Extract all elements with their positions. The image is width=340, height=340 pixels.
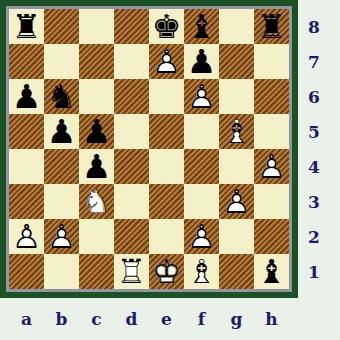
- square-b1[interactable]: [44, 254, 79, 289]
- chess-board: ♜♚♝♜♟♙♟♟♞♟♙♟♟♝♗♟♟♙♞♘♟♙♟♙♟♙♟♙♜♖♚♔♝♗♝: [9, 9, 289, 289]
- rank-label-2: 2: [300, 219, 328, 254]
- square-c8[interactable]: [79, 9, 114, 44]
- piece-black-bishop[interactable]: ♝: [184, 9, 219, 44]
- square-e4[interactable]: [149, 149, 184, 184]
- square-d7[interactable]: [114, 44, 149, 79]
- square-b8[interactable]: [44, 9, 79, 44]
- square-f5[interactable]: [184, 114, 219, 149]
- square-d1[interactable]: ♜♖: [114, 254, 149, 289]
- chess-board-frame: ♜♚♝♜♟♙♟♟♞♟♙♟♟♝♗♟♟♙♞♘♟♙♟♙♟♙♟♙♜♖♚♔♝♗♝: [0, 0, 298, 298]
- piece-black-knight[interactable]: ♞: [44, 79, 79, 114]
- piece-black-pawn[interactable]: ♟: [79, 149, 114, 184]
- rank-label-3: 3: [300, 184, 328, 219]
- file-label-d: d: [114, 302, 149, 336]
- file-label-e: e: [149, 302, 184, 336]
- square-d4[interactable]: [114, 149, 149, 184]
- square-f3[interactable]: [184, 184, 219, 219]
- piece-white-bishop[interactable]: ♝♗: [184, 254, 219, 289]
- white-piece-outline-glyph: ♙: [184, 79, 219, 114]
- square-h6[interactable]: [254, 79, 289, 114]
- square-a3[interactable]: [9, 184, 44, 219]
- square-d8[interactable]: [114, 9, 149, 44]
- rank-label-1: 1: [300, 254, 328, 289]
- square-c6[interactable]: [79, 79, 114, 114]
- square-e2[interactable]: [149, 219, 184, 254]
- square-g2[interactable]: [219, 219, 254, 254]
- square-h4[interactable]: ♟♙: [254, 149, 289, 184]
- square-g3[interactable]: ♟♙: [219, 184, 254, 219]
- square-h2[interactable]: [254, 219, 289, 254]
- file-label-c: c: [79, 302, 114, 336]
- piece-white-bishop[interactable]: ♝♗: [219, 114, 254, 149]
- square-c2[interactable]: [79, 219, 114, 254]
- piece-white-pawn[interactable]: ♟♙: [9, 219, 44, 254]
- square-c7[interactable]: [79, 44, 114, 79]
- square-c5[interactable]: ♟: [79, 114, 114, 149]
- square-h7[interactable]: [254, 44, 289, 79]
- square-b3[interactable]: [44, 184, 79, 219]
- square-c1[interactable]: [79, 254, 114, 289]
- white-piece-outline-glyph: ♙: [254, 149, 289, 184]
- white-piece-outline-glyph: ♗: [219, 114, 254, 149]
- white-piece-outline-glyph: ♙: [149, 44, 184, 79]
- file-label-h: h: [254, 302, 289, 336]
- square-c3[interactable]: ♞♘: [79, 184, 114, 219]
- square-c4[interactable]: ♟: [79, 149, 114, 184]
- square-h5[interactable]: [254, 114, 289, 149]
- piece-white-pawn[interactable]: ♟♙: [149, 44, 184, 79]
- file-label-g: g: [219, 302, 254, 336]
- piece-white-knight[interactable]: ♞♘: [79, 184, 114, 219]
- piece-white-pawn[interactable]: ♟♙: [184, 79, 219, 114]
- square-d6[interactable]: [114, 79, 149, 114]
- rank-label-8: 8: [300, 9, 328, 44]
- piece-white-pawn[interactable]: ♟♙: [219, 184, 254, 219]
- piece-white-pawn[interactable]: ♟♙: [254, 149, 289, 184]
- square-h8[interactable]: ♜: [254, 9, 289, 44]
- square-g4[interactable]: [219, 149, 254, 184]
- white-piece-outline-glyph: ♙: [44, 219, 79, 254]
- square-f7[interactable]: ♟: [184, 44, 219, 79]
- rank-label-6: 6: [300, 79, 328, 114]
- white-piece-outline-glyph: ♘: [79, 184, 114, 219]
- square-f4[interactable]: [184, 149, 219, 184]
- chess-app: ♜♚♝♜♟♙♟♟♞♟♙♟♟♝♗♟♟♙♞♘♟♙♟♙♟♙♟♙♜♖♚♔♝♗♝ 8765…: [0, 0, 340, 340]
- piece-white-pawn[interactable]: ♟♙: [44, 219, 79, 254]
- piece-white-rook[interactable]: ♜♖: [114, 254, 149, 289]
- white-piece-outline-glyph: ♙: [184, 219, 219, 254]
- square-e5[interactable]: [149, 114, 184, 149]
- chess-board-border: ♜♚♝♜♟♙♟♟♞♟♙♟♟♝♗♟♟♙♞♘♟♙♟♙♟♙♟♙♜♖♚♔♝♗♝: [6, 6, 292, 292]
- square-a8[interactable]: ♜: [9, 9, 44, 44]
- square-b5[interactable]: ♟: [44, 114, 79, 149]
- piece-black-rook[interactable]: ♜: [9, 9, 44, 44]
- piece-black-pawn[interactable]: ♟: [44, 114, 79, 149]
- square-a2[interactable]: ♟♙: [9, 219, 44, 254]
- piece-white-pawn[interactable]: ♟♙: [184, 219, 219, 254]
- square-e8[interactable]: ♚: [149, 9, 184, 44]
- square-f1[interactable]: ♝♗: [184, 254, 219, 289]
- piece-black-pawn[interactable]: ♟: [9, 79, 44, 114]
- square-a6[interactable]: ♟: [9, 79, 44, 114]
- piece-white-king[interactable]: ♚♔: [149, 254, 184, 289]
- square-e3[interactable]: [149, 184, 184, 219]
- square-f6[interactable]: ♟♙: [184, 79, 219, 114]
- rank-label-4: 4: [300, 149, 328, 184]
- file-label-a: a: [9, 302, 44, 336]
- square-h3[interactable]: [254, 184, 289, 219]
- piece-black-rook[interactable]: ♜: [254, 9, 289, 44]
- square-a7[interactable]: [9, 44, 44, 79]
- white-piece-outline-glyph: ♖: [114, 254, 149, 289]
- square-g1[interactable]: [219, 254, 254, 289]
- square-a1[interactable]: [9, 254, 44, 289]
- rank-label-5: 5: [300, 114, 328, 149]
- piece-black-bishop[interactable]: ♝: [254, 254, 289, 289]
- square-b6[interactable]: ♞: [44, 79, 79, 114]
- white-piece-outline-glyph: ♙: [9, 219, 44, 254]
- square-b7[interactable]: [44, 44, 79, 79]
- piece-black-king[interactable]: ♚: [149, 9, 184, 44]
- white-piece-outline-glyph: ♙: [219, 184, 254, 219]
- file-labels: abcdefgh: [9, 302, 289, 336]
- square-d3[interactable]: [114, 184, 149, 219]
- square-g6[interactable]: [219, 79, 254, 114]
- square-f2[interactable]: ♟♙: [184, 219, 219, 254]
- square-d5[interactable]: [114, 114, 149, 149]
- square-d2[interactable]: [114, 219, 149, 254]
- rank-labels: 87654321: [300, 9, 328, 289]
- square-b2[interactable]: ♟♙: [44, 219, 79, 254]
- rank-label-7: 7: [300, 44, 328, 79]
- square-h1[interactable]: ♝: [254, 254, 289, 289]
- piece-black-pawn[interactable]: ♟: [79, 114, 114, 149]
- square-g8[interactable]: [219, 9, 254, 44]
- piece-black-pawn[interactable]: ♟: [184, 44, 219, 79]
- square-f8[interactable]: ♝: [184, 9, 219, 44]
- square-a5[interactable]: [9, 114, 44, 149]
- square-e7[interactable]: ♟♙: [149, 44, 184, 79]
- file-label-f: f: [184, 302, 219, 336]
- file-label-b: b: [44, 302, 79, 336]
- square-a4[interactable]: [9, 149, 44, 184]
- white-piece-outline-glyph: ♗: [184, 254, 219, 289]
- square-e1[interactable]: ♚♔: [149, 254, 184, 289]
- white-piece-outline-glyph: ♔: [149, 254, 184, 289]
- square-g5[interactable]: ♝♗: [219, 114, 254, 149]
- square-b4[interactable]: [44, 149, 79, 184]
- square-g7[interactable]: [219, 44, 254, 79]
- square-e6[interactable]: [149, 79, 184, 114]
